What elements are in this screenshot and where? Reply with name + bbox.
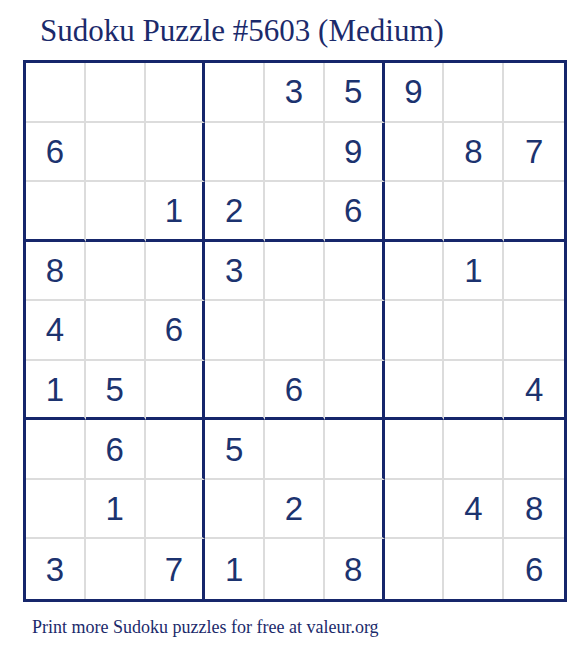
cell-r7c3[interactable] [146,420,206,480]
cell-r2c6: 9 [325,123,385,183]
cell-r3c9[interactable] [504,182,564,242]
cell-r4c5[interactable] [265,242,325,302]
cell-r5c2[interactable] [86,301,146,361]
cell-r9c3: 7 [146,539,206,599]
cell-r2c4[interactable] [205,123,265,183]
cell-r7c1[interactable] [26,420,86,480]
cell-r1c8[interactable] [444,63,504,123]
cell-r1c4[interactable] [205,63,265,123]
cell-r4c8: 1 [444,242,504,302]
cell-r9c7[interactable] [385,539,445,599]
cell-r7c2: 6 [86,420,146,480]
cell-r3c2[interactable] [86,182,146,242]
cell-r7c7[interactable] [385,420,445,480]
cell-r6c4[interactable] [205,361,265,421]
cell-r5c8[interactable] [444,301,504,361]
cell-r3c8[interactable] [444,182,504,242]
cell-r5c6[interactable] [325,301,385,361]
cell-r6c5: 6 [265,361,325,421]
cell-r8c8: 4 [444,480,504,540]
cell-r8c4[interactable] [205,480,265,540]
cell-r8c7[interactable] [385,480,445,540]
cell-r4c4: 3 [205,242,265,302]
cell-r4c3[interactable] [146,242,206,302]
cell-r9c2[interactable] [86,539,146,599]
cell-r6c2: 5 [86,361,146,421]
cell-r8c5: 2 [265,480,325,540]
cell-r3c1[interactable] [26,182,86,242]
cell-r5c5[interactable] [265,301,325,361]
cell-r9c6: 8 [325,539,385,599]
cell-r9c5[interactable] [265,539,325,599]
cell-r1c7: 9 [385,63,445,123]
cell-r2c9: 7 [504,123,564,183]
cell-r7c5[interactable] [265,420,325,480]
cell-r5c9[interactable] [504,301,564,361]
cell-r9c1: 3 [26,539,86,599]
cell-r3c5[interactable] [265,182,325,242]
cell-r2c2[interactable] [86,123,146,183]
cell-r1c9[interactable] [504,63,564,123]
cell-r6c3[interactable] [146,361,206,421]
cell-r9c8[interactable] [444,539,504,599]
cell-r1c1[interactable] [26,63,86,123]
cell-r6c9: 4 [504,361,564,421]
cell-r4c2[interactable] [86,242,146,302]
cell-r4c9[interactable] [504,242,564,302]
cell-r6c8[interactable] [444,361,504,421]
cell-r1c6: 5 [325,63,385,123]
cell-r3c4: 2 [205,182,265,242]
cell-r8c9: 8 [504,480,564,540]
cell-r8c2: 1 [86,480,146,540]
cell-r3c6: 6 [325,182,385,242]
cell-r4c7[interactable] [385,242,445,302]
footer-note: Print more Sudoku puzzles for free at va… [32,617,379,638]
cell-r6c7[interactable] [385,361,445,421]
cell-r7c6[interactable] [325,420,385,480]
cell-r7c8[interactable] [444,420,504,480]
cell-r2c8: 8 [444,123,504,183]
cell-r2c7[interactable] [385,123,445,183]
cell-r5c4[interactable] [205,301,265,361]
cell-r2c3[interactable] [146,123,206,183]
cell-r2c5[interactable] [265,123,325,183]
cell-r7c9[interactable] [504,420,564,480]
cell-r5c7[interactable] [385,301,445,361]
sudoku-board: 359698712683146156465124837186 [23,60,567,602]
cell-r1c3[interactable] [146,63,206,123]
cell-r8c3[interactable] [146,480,206,540]
cell-r8c1[interactable] [26,480,86,540]
cell-r5c1: 4 [26,301,86,361]
cell-r5c3: 6 [146,301,206,361]
cell-r7c4: 5 [205,420,265,480]
cell-r3c3: 1 [146,182,206,242]
cell-r1c5: 3 [265,63,325,123]
cell-r6c1: 1 [26,361,86,421]
cell-r1c2[interactable] [86,63,146,123]
cell-r9c4: 1 [205,539,265,599]
cell-r4c6[interactable] [325,242,385,302]
cell-r4c1: 8 [26,242,86,302]
cell-r3c7[interactable] [385,182,445,242]
cell-r8c6[interactable] [325,480,385,540]
cell-r6c6[interactable] [325,361,385,421]
cell-r2c1: 6 [26,123,86,183]
page-title: Sudoku Puzzle #5603 (Medium) [40,13,444,49]
cell-r9c9: 6 [504,539,564,599]
